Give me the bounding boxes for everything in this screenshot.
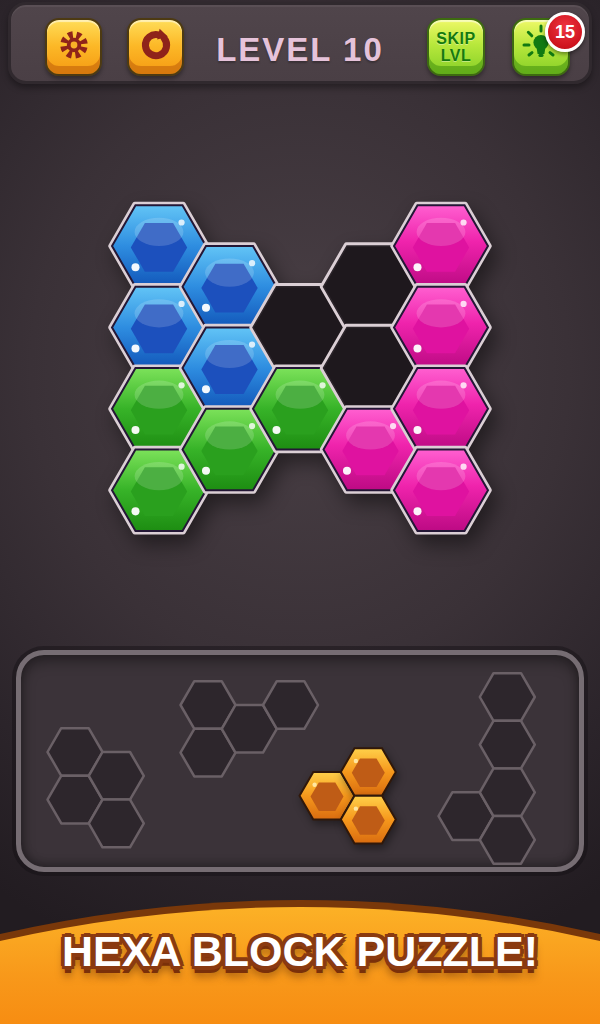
tray-slot-hex xyxy=(480,721,535,769)
banner-title: HEXA BLOCK PUZZLE! xyxy=(0,906,600,996)
game-screen: LEVEL 10 SKIP LVL xyxy=(0,0,600,1024)
tray-slot-hex xyxy=(89,800,144,848)
tray-slot-hex xyxy=(480,673,535,721)
tray-slot-hex xyxy=(263,681,318,729)
tray-slot-hex xyxy=(480,816,535,864)
tray-slot-hex xyxy=(480,768,535,816)
title-banner: HEXA BLOCK PUZZLE! xyxy=(0,864,600,1024)
tray-slot-hex xyxy=(89,752,144,800)
